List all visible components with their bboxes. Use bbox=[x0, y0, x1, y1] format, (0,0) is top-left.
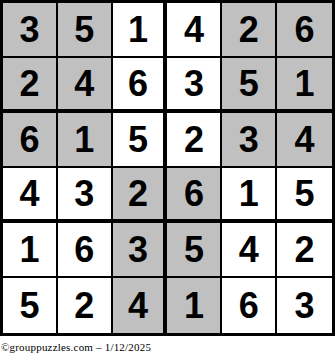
cell-r2c4[interactable]: 3 bbox=[167, 58, 222, 113]
cell-r4c2[interactable]: 3 bbox=[58, 168, 113, 223]
cell-r4c5[interactable]: 1 bbox=[222, 168, 277, 223]
cell-r2c6[interactable]: 1 bbox=[277, 58, 332, 113]
cell-r1c3[interactable]: 1 bbox=[113, 3, 168, 58]
cell-r5c6[interactable]: 2 bbox=[277, 223, 332, 278]
cell-r1c6[interactable]: 6 bbox=[277, 3, 332, 58]
cell-r1c4[interactable]: 4 bbox=[167, 3, 222, 58]
cell-r4c3[interactable]: 2 bbox=[113, 168, 168, 223]
cell-r4c6[interactable]: 5 bbox=[277, 168, 332, 223]
cell-r3c1[interactable]: 6 bbox=[3, 113, 58, 168]
cell-r4c1[interactable]: 4 bbox=[3, 168, 58, 223]
sudoku-board: 351426246351615234432615163542524163 bbox=[0, 0, 335, 336]
cell-r6c5[interactable]: 6 bbox=[222, 278, 277, 333]
cell-r6c1[interactable]: 5 bbox=[3, 278, 58, 333]
cell-r6c2[interactable]: 2 bbox=[58, 278, 113, 333]
cell-r3c2[interactable]: 1 bbox=[58, 113, 113, 168]
cell-r6c4[interactable]: 1 bbox=[167, 278, 222, 333]
cell-r6c3[interactable]: 4 bbox=[113, 278, 168, 333]
cell-r5c5[interactable]: 4 bbox=[222, 223, 277, 278]
cell-r5c3[interactable]: 3 bbox=[113, 223, 168, 278]
cell-r2c1[interactable]: 2 bbox=[3, 58, 58, 113]
cell-r1c2[interactable]: 5 bbox=[58, 3, 113, 58]
cell-r6c6[interactable]: 3 bbox=[277, 278, 332, 333]
cell-r2c5[interactable]: 5 bbox=[222, 58, 277, 113]
cell-r2c3[interactable]: 6 bbox=[113, 58, 168, 113]
cell-r3c3[interactable]: 5 bbox=[113, 113, 168, 168]
cell-r3c6[interactable]: 4 bbox=[277, 113, 332, 168]
cell-r1c5[interactable]: 2 bbox=[222, 3, 277, 58]
cell-r3c4[interactable]: 2 bbox=[167, 113, 222, 168]
cell-r2c2[interactable]: 4 bbox=[58, 58, 113, 113]
cell-r5c4[interactable]: 5 bbox=[167, 223, 222, 278]
copyright-text: ©grouppuzzles.com – 1/12/2025 bbox=[0, 336, 335, 353]
cell-r4c4[interactable]: 6 bbox=[167, 168, 222, 223]
cell-r3c5[interactable]: 3 bbox=[222, 113, 277, 168]
cell-r5c2[interactable]: 6 bbox=[58, 223, 113, 278]
cell-r5c1[interactable]: 1 bbox=[3, 223, 58, 278]
cell-r1c1[interactable]: 3 bbox=[3, 3, 58, 58]
